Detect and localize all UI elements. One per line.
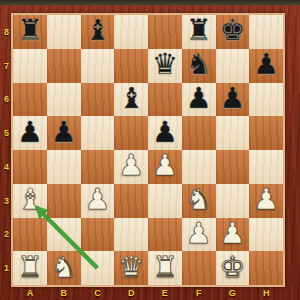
piece-black-pawn-g6[interactable]: ♟ (219, 84, 245, 113)
square-h8[interactable] (249, 15, 283, 49)
square-d6[interactable]: ♝ (114, 83, 148, 117)
board-frame-bevel: ♜♝♜♚♛♞♟♝♟♟♟♟♟♟♟♝♟♞♟♟♟♜♞♛♜♚ (11, 13, 285, 287)
piece-black-pawn-e5[interactable]: ♟ (152, 118, 178, 147)
square-f6[interactable]: ♟ (182, 83, 216, 117)
square-e8[interactable] (148, 15, 182, 49)
file-label-A: A (13, 285, 47, 300)
square-b4[interactable] (47, 150, 81, 184)
chess-board: ♜♝♜♚♛♞♟♝♟♟♟♟♟♟♟♝♟♞♟♟♟♜♞♛♜♚ (13, 15, 283, 285)
piece-black-knight-f7[interactable]: ♞ (186, 50, 212, 79)
square-f4[interactable] (182, 150, 216, 184)
square-f3[interactable]: ♞ (182, 184, 216, 218)
square-f1[interactable] (182, 251, 216, 285)
piece-white-pawn-h3[interactable]: ♟ (253, 185, 279, 214)
square-f7[interactable]: ♞ (182, 49, 216, 83)
square-h4[interactable] (249, 150, 283, 184)
square-g7[interactable] (216, 49, 250, 83)
square-a6[interactable] (13, 83, 47, 117)
piece-white-pawn-c3[interactable]: ♟ (84, 185, 110, 214)
square-h6[interactable] (249, 83, 283, 117)
square-g6[interactable]: ♟ (216, 83, 250, 117)
square-d5[interactable] (114, 116, 148, 150)
square-g4[interactable] (216, 150, 250, 184)
square-h7[interactable]: ♟ (249, 49, 283, 83)
square-f5[interactable] (182, 116, 216, 150)
piece-black-queen-e7[interactable]: ♛ (152, 50, 178, 79)
piece-white-queen-d1[interactable]: ♛ (118, 253, 144, 282)
square-h1[interactable] (249, 251, 283, 285)
square-c3[interactable]: ♟ (81, 184, 115, 218)
square-h2[interactable] (249, 218, 283, 252)
piece-white-bishop-a3[interactable]: ♝ (17, 185, 43, 214)
square-c4[interactable] (81, 150, 115, 184)
square-d2[interactable] (114, 218, 148, 252)
piece-white-rook-a1[interactable]: ♜ (17, 253, 43, 282)
square-g2[interactable]: ♟ (216, 218, 250, 252)
piece-black-pawn-f6[interactable]: ♟ (186, 84, 212, 113)
piece-black-bishop-d6[interactable]: ♝ (118, 84, 144, 113)
square-b5[interactable]: ♟ (47, 116, 81, 150)
square-e5[interactable]: ♟ (148, 116, 182, 150)
square-b8[interactable] (47, 15, 81, 49)
square-g3[interactable] (216, 184, 250, 218)
square-a1[interactable]: ♜ (13, 251, 47, 285)
square-g8[interactable]: ♚ (216, 15, 250, 49)
square-h3[interactable]: ♟ (249, 184, 283, 218)
piece-black-pawn-a5[interactable]: ♟ (17, 118, 43, 147)
square-a5[interactable]: ♟ (13, 116, 47, 150)
square-f8[interactable]: ♜ (182, 15, 216, 49)
square-a8[interactable]: ♜ (13, 15, 47, 49)
frame-top-edge (0, 0, 300, 5)
square-d1[interactable]: ♛ (114, 251, 148, 285)
square-d3[interactable] (114, 184, 148, 218)
square-c1[interactable] (81, 251, 115, 285)
square-e1[interactable]: ♜ (148, 251, 182, 285)
square-c6[interactable] (81, 83, 115, 117)
square-e3[interactable] (148, 184, 182, 218)
piece-black-pawn-b5[interactable]: ♟ (51, 118, 77, 147)
square-a7[interactable] (13, 49, 47, 83)
piece-white-king-g1[interactable]: ♚ (219, 253, 245, 282)
square-e7[interactable]: ♛ (148, 49, 182, 83)
square-c2[interactable] (81, 218, 115, 252)
file-labels: ABCDEFGH (13, 285, 283, 300)
square-d7[interactable] (114, 49, 148, 83)
square-f2[interactable]: ♟ (182, 218, 216, 252)
file-label-G: G (216, 285, 250, 300)
square-c7[interactable] (81, 49, 115, 83)
piece-white-knight-b1[interactable]: ♞ (51, 253, 77, 282)
file-label-C: C (81, 285, 115, 300)
square-b7[interactable] (47, 49, 81, 83)
piece-black-bishop-c8[interactable]: ♝ (84, 16, 110, 45)
file-label-H: H (249, 285, 283, 300)
file-label-D: D (114, 285, 148, 300)
piece-white-pawn-f2[interactable]: ♟ (186, 219, 212, 248)
piece-white-pawn-e4[interactable]: ♟ (152, 151, 178, 180)
chess-board-window: 87654321 ABCDEFGH ♜♝♜♚♛♞♟♝♟♟♟♟♟♟♟♝♟♞♟♟♟♜… (0, 0, 300, 300)
file-label-B: B (47, 285, 81, 300)
square-e4[interactable]: ♟ (148, 150, 182, 184)
piece-white-rook-e1[interactable]: ♜ (152, 253, 178, 282)
piece-black-king-g8[interactable]: ♚ (219, 16, 245, 45)
square-b2[interactable] (47, 218, 81, 252)
square-d8[interactable] (114, 15, 148, 49)
piece-black-rook-f8[interactable]: ♜ (186, 16, 212, 45)
square-d4[interactable]: ♟ (114, 150, 148, 184)
square-g1[interactable]: ♚ (216, 251, 250, 285)
square-b1[interactable]: ♞ (47, 251, 81, 285)
square-b6[interactable] (47, 83, 81, 117)
square-a4[interactable] (13, 150, 47, 184)
square-b3[interactable] (47, 184, 81, 218)
square-h5[interactable] (249, 116, 283, 150)
piece-black-pawn-h7[interactable]: ♟ (253, 50, 279, 79)
square-c5[interactable] (81, 116, 115, 150)
file-label-E: E (148, 285, 182, 300)
square-c8[interactable]: ♝ (81, 15, 115, 49)
square-e6[interactable] (148, 83, 182, 117)
square-e2[interactable] (148, 218, 182, 252)
file-label-F: F (182, 285, 216, 300)
piece-white-pawn-d4[interactable]: ♟ (118, 151, 144, 180)
square-g5[interactable] (216, 116, 250, 150)
square-a2[interactable] (13, 218, 47, 252)
square-a3[interactable]: ♝ (13, 184, 47, 218)
piece-black-rook-a8[interactable]: ♜ (17, 16, 43, 45)
piece-white-pawn-g2[interactable]: ♟ (219, 219, 245, 248)
piece-white-knight-f3[interactable]: ♞ (186, 185, 212, 214)
